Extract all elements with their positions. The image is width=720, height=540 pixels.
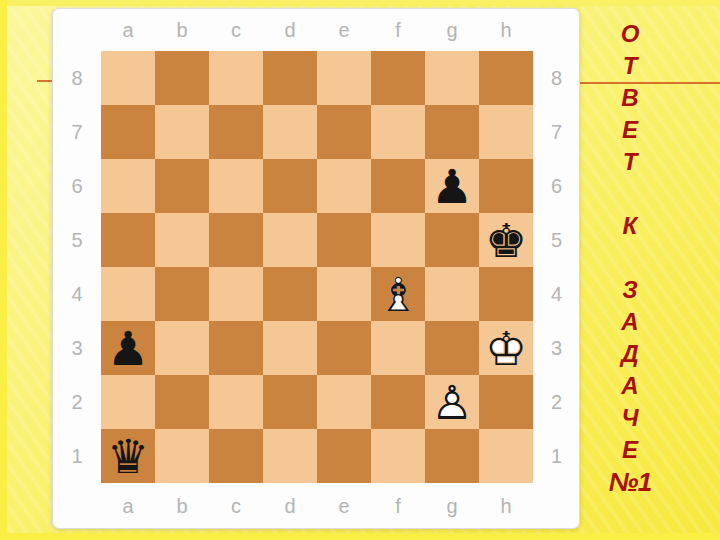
rank-label: 5	[53, 213, 101, 267]
rank-label: 2	[533, 375, 580, 429]
answer-letter: К	[600, 210, 660, 242]
board-square-b8	[155, 51, 209, 105]
board-square-f6	[371, 159, 425, 213]
board-square-d4	[263, 267, 317, 321]
file-label: c	[209, 9, 263, 51]
board-square-a7	[101, 105, 155, 159]
board-square-h7	[479, 105, 533, 159]
file-label: b	[155, 9, 209, 51]
board-square-a3: ♟	[101, 321, 155, 375]
board-square-d7	[263, 105, 317, 159]
answer-letter: Е	[600, 434, 660, 466]
answer-letter: З	[600, 274, 660, 306]
answer-letter: Т	[600, 50, 660, 82]
answer-letter: №1	[600, 466, 660, 498]
slide-edge-left	[0, 0, 7, 540]
file-label: a	[101, 483, 155, 529]
board-square-e4	[317, 267, 371, 321]
board-square-a6	[101, 159, 155, 213]
board-square-a1: ♛	[101, 429, 155, 483]
board-square-g1	[425, 429, 479, 483]
board-square-g4	[425, 267, 479, 321]
white-king-piece: ♚♔	[479, 321, 533, 375]
board-square-c4	[209, 267, 263, 321]
board-square-f5	[371, 213, 425, 267]
rank-label: 3	[53, 321, 101, 375]
board-square-a8	[101, 51, 155, 105]
file-label: f	[371, 9, 425, 51]
board-square-g3	[425, 321, 479, 375]
rank-label: 7	[53, 105, 101, 159]
board-square-c3	[209, 321, 263, 375]
rank-label: 6	[53, 159, 101, 213]
answer-letter: А	[600, 306, 660, 338]
board-square-b5	[155, 213, 209, 267]
rank-labels-right: 87654321	[533, 51, 580, 483]
answer-letter	[600, 242, 660, 274]
board-square-h2	[479, 375, 533, 429]
board-square-b1	[155, 429, 209, 483]
board-square-g5	[425, 213, 479, 267]
board-square-b6	[155, 159, 209, 213]
board-square-f1	[371, 429, 425, 483]
board-square-b3	[155, 321, 209, 375]
file-label: a	[101, 9, 155, 51]
black-king-piece: ♚	[479, 213, 533, 267]
board-square-g7	[425, 105, 479, 159]
board-square-a4	[101, 267, 155, 321]
board-square-d6	[263, 159, 317, 213]
divider-line-left	[37, 80, 52, 82]
board-square-e6	[317, 159, 371, 213]
answer-letter: Д	[600, 338, 660, 370]
board-square-e5	[317, 213, 371, 267]
board-square-h5: ♚	[479, 213, 533, 267]
white-bishop-piece: ♝♗	[371, 267, 425, 321]
board-square-d3	[263, 321, 317, 375]
black-queen-piece: ♛	[101, 429, 155, 483]
board-square-e1	[317, 429, 371, 483]
board-square-f3	[371, 321, 425, 375]
rank-labels-left: 87654321	[53, 51, 101, 483]
board-square-h4	[479, 267, 533, 321]
board-square-a2	[101, 375, 155, 429]
file-label: g	[425, 483, 479, 529]
answer-letter: О	[600, 18, 660, 50]
board-square-c7	[209, 105, 263, 159]
board-square-e8	[317, 51, 371, 105]
slide-edge-bottom	[0, 533, 720, 540]
rank-label: 6	[533, 159, 580, 213]
board-square-f8	[371, 51, 425, 105]
board-square-b2	[155, 375, 209, 429]
rank-label: 4	[533, 267, 580, 321]
answer-letter: А	[600, 370, 660, 402]
file-label: e	[317, 483, 371, 529]
rank-label: 5	[533, 213, 580, 267]
file-labels-top: abcdefgh	[101, 9, 533, 51]
file-label: b	[155, 483, 209, 529]
board-square-f2	[371, 375, 425, 429]
answer-letter	[600, 178, 660, 210]
board-square-d2	[263, 375, 317, 429]
file-label: h	[479, 483, 533, 529]
file-label: d	[263, 483, 317, 529]
board-square-f7	[371, 105, 425, 159]
board-square-g8	[425, 51, 479, 105]
rank-label: 1	[533, 429, 580, 483]
chess-board: ♟♚♝♗♟♚♔♟♙♛	[101, 51, 533, 483]
board-square-d1	[263, 429, 317, 483]
board-square-b4	[155, 267, 209, 321]
board-square-d5	[263, 213, 317, 267]
board-square-c8	[209, 51, 263, 105]
board-square-c1	[209, 429, 263, 483]
answer-letter: В	[600, 82, 660, 114]
file-label: g	[425, 9, 479, 51]
board-square-c2	[209, 375, 263, 429]
board-square-c5	[209, 213, 263, 267]
board-square-b7	[155, 105, 209, 159]
file-label: c	[209, 483, 263, 529]
board-square-h8	[479, 51, 533, 105]
rank-label: 3	[533, 321, 580, 375]
answer-letter: Т	[600, 146, 660, 178]
rank-label: 8	[53, 51, 101, 105]
file-label: f	[371, 483, 425, 529]
board-square-h1	[479, 429, 533, 483]
answer-letter: Ч	[600, 402, 660, 434]
black-pawn-piece: ♟	[101, 321, 155, 375]
rank-label: 1	[53, 429, 101, 483]
file-label: h	[479, 9, 533, 51]
board-square-g6: ♟	[425, 159, 479, 213]
answer-text-column: ОТВЕТКЗАДАЧЕ№1	[600, 18, 660, 498]
rank-label: 8	[533, 51, 580, 105]
file-label: d	[263, 9, 317, 51]
board-square-a5	[101, 213, 155, 267]
file-label: e	[317, 9, 371, 51]
white-pawn-piece: ♟♙	[425, 375, 479, 429]
board-square-c6	[209, 159, 263, 213]
board-square-e3	[317, 321, 371, 375]
slide: abcdefgh abcdefgh 87654321 87654321 ♟♚♝♗…	[0, 0, 720, 540]
board-square-e7	[317, 105, 371, 159]
board-square-h3: ♚♔	[479, 321, 533, 375]
rank-label: 2	[53, 375, 101, 429]
rank-label: 4	[53, 267, 101, 321]
slide-edge-top	[0, 0, 720, 6]
answer-letter: Е	[600, 114, 660, 146]
board-square-f4: ♝♗	[371, 267, 425, 321]
black-pawn-piece: ♟	[425, 159, 479, 213]
chess-board-frame: abcdefgh abcdefgh 87654321 87654321 ♟♚♝♗…	[52, 8, 580, 529]
file-labels-bottom: abcdefgh	[101, 483, 533, 529]
board-square-d8	[263, 51, 317, 105]
board-square-g2: ♟♙	[425, 375, 479, 429]
board-square-h6	[479, 159, 533, 213]
board-square-e2	[317, 375, 371, 429]
rank-label: 7	[533, 105, 580, 159]
